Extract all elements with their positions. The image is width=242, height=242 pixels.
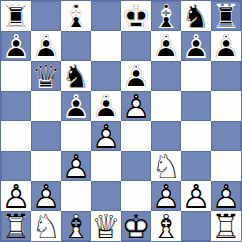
piece-white-pawn[interactable]: ♟♙ <box>181 181 211 211</box>
piece-white-queen[interactable]: ♛♕ <box>91 211 121 241</box>
square-e2[interactable] <box>121 181 151 211</box>
black-pawn-icon: ♟ <box>151 31 181 61</box>
square-g2[interactable]: ♟♙ <box>181 181 211 211</box>
square-d5[interactable]: ♟♙ <box>91 91 121 121</box>
square-a4[interactable] <box>1 121 31 151</box>
white-pawn-detail-icon: ♙ <box>121 91 151 121</box>
square-h4[interactable] <box>211 121 241 151</box>
white-pawn-detail-icon: ♙ <box>1 181 31 211</box>
square-g5[interactable] <box>181 91 211 121</box>
square-a2[interactable]: ♟♙ <box>1 181 31 211</box>
piece-black-rook[interactable]: ♜♖ <box>1 1 31 31</box>
square-c6[interactable]: ♞♘ <box>61 61 91 91</box>
white-pawn-icon: ♟ <box>121 91 151 121</box>
square-c1[interactable]: ♝♗ <box>61 211 91 241</box>
square-f6[interactable] <box>151 61 181 91</box>
white-pawn-icon: ♟ <box>91 121 121 151</box>
white-queen-icon: ♛ <box>91 211 121 241</box>
square-b5[interactable] <box>31 91 61 121</box>
white-pawn-detail-icon: ♙ <box>31 181 61 211</box>
piece-white-bishop[interactable]: ♝♗ <box>151 211 181 241</box>
black-king-icon: ♚ <box>121 1 151 31</box>
black-pawn-icon: ♟ <box>61 91 91 121</box>
piece-white-pawn[interactable]: ♟♙ <box>91 121 121 151</box>
black-pawn-icon: ♟ <box>1 31 31 61</box>
piece-black-pawn[interactable]: ♟♙ <box>91 91 121 121</box>
black-bishop-icon: ♝ <box>61 1 91 31</box>
piece-black-rook[interactable]: ♜♖ <box>211 1 241 31</box>
white-pawn-detail-icon: ♙ <box>61 151 91 181</box>
square-f8[interactable]: ♝♗ <box>151 1 181 31</box>
square-f1[interactable]: ♝♗ <box>151 211 181 241</box>
white-king-icon: ♚ <box>121 211 151 241</box>
piece-black-knight[interactable]: ♞♘ <box>61 61 91 91</box>
square-g6[interactable] <box>181 61 211 91</box>
square-h5[interactable] <box>211 91 241 121</box>
square-f4[interactable] <box>151 121 181 151</box>
white-knight-detail-icon: ♘ <box>31 211 61 241</box>
square-h3[interactable] <box>211 151 241 181</box>
square-h7[interactable]: ♟♙ <box>211 31 241 61</box>
white-rook-detail-icon: ♖ <box>1 211 31 241</box>
black-queen-icon: ♛ <box>31 61 61 91</box>
piece-black-pawn[interactable]: ♟♙ <box>151 31 181 61</box>
black-pawn-icon: ♟ <box>121 61 151 91</box>
piece-white-pawn[interactable]: ♟♙ <box>61 151 91 181</box>
piece-white-pawn[interactable]: ♟♙ <box>31 181 61 211</box>
white-bishop-detail-icon: ♗ <box>61 211 91 241</box>
white-pawn-icon: ♟ <box>61 151 91 181</box>
black-knight-detail-icon: ♘ <box>181 1 211 31</box>
square-a7[interactable]: ♟♙ <box>1 31 31 61</box>
square-d6[interactable] <box>91 61 121 91</box>
square-e1[interactable]: ♚♔ <box>121 211 151 241</box>
square-g7[interactable]: ♟♙ <box>181 31 211 61</box>
square-f5[interactable] <box>151 91 181 121</box>
square-e5[interactable]: ♟♙ <box>121 91 151 121</box>
black-pawn-detail-icon: ♙ <box>31 31 61 61</box>
white-rook-icon: ♜ <box>1 211 31 241</box>
black-pawn-icon: ♟ <box>31 31 61 61</box>
square-f7[interactable]: ♟♙ <box>151 31 181 61</box>
black-pawn-detail-icon: ♙ <box>151 31 181 61</box>
white-rook-icon: ♜ <box>211 211 241 241</box>
square-a1[interactable]: ♜♖ <box>1 211 31 241</box>
square-f3[interactable]: ♞♘ <box>151 151 181 181</box>
black-knight-icon: ♞ <box>181 1 211 31</box>
piece-black-pawn[interactable]: ♟♙ <box>181 31 211 61</box>
square-e4[interactable] <box>121 121 151 151</box>
piece-white-king[interactable]: ♚♔ <box>121 211 151 241</box>
black-king-detail-icon: ♔ <box>121 1 151 31</box>
chess-board: ♜♖♝♗♚♔♝♗♞♘♜♖♟♙♟♙♟♙♟♙♟♙♛♕♞♘♟♙♟♙♟♙♟♙♟♙♟♙♞♘… <box>0 0 242 242</box>
white-pawn-icon: ♟ <box>1 181 31 211</box>
piece-black-pawn[interactable]: ♟♙ <box>121 61 151 91</box>
black-rook-icon: ♜ <box>211 1 241 31</box>
square-b1[interactable]: ♞♘ <box>31 211 61 241</box>
black-rook-detail-icon: ♖ <box>1 1 31 31</box>
black-queen-detail-icon: ♕ <box>31 61 61 91</box>
black-knight-detail-icon: ♘ <box>61 61 91 91</box>
white-king-detail-icon: ♔ <box>121 211 151 241</box>
white-pawn-detail-icon: ♙ <box>91 121 121 151</box>
square-b8[interactable] <box>31 1 61 31</box>
square-h8[interactable]: ♜♖ <box>211 1 241 31</box>
black-pawn-icon: ♟ <box>91 91 121 121</box>
square-d2[interactable] <box>91 181 121 211</box>
black-knight-icon: ♞ <box>61 61 91 91</box>
square-f2[interactable]: ♟♙ <box>151 181 181 211</box>
white-pawn-icon: ♟ <box>181 181 211 211</box>
black-bishop-icon: ♝ <box>151 1 181 31</box>
white-pawn-detail-icon: ♙ <box>151 181 181 211</box>
white-rook-detail-icon: ♖ <box>211 211 241 241</box>
square-c2[interactable] <box>61 181 91 211</box>
square-a6[interactable] <box>1 61 31 91</box>
square-e8[interactable]: ♚♔ <box>121 1 151 31</box>
piece-white-knight[interactable]: ♞♘ <box>31 211 61 241</box>
square-c8[interactable]: ♝♗ <box>61 1 91 31</box>
white-pawn-icon: ♟ <box>151 181 181 211</box>
square-a8[interactable]: ♜♖ <box>1 1 31 31</box>
piece-white-pawn[interactable]: ♟♙ <box>151 181 181 211</box>
white-pawn-detail-icon: ♙ <box>211 181 241 211</box>
square-e6[interactable]: ♟♙ <box>121 61 151 91</box>
white-pawn-detail-icon: ♙ <box>181 181 211 211</box>
piece-white-pawn[interactable]: ♟♙ <box>1 181 31 211</box>
square-g1[interactable] <box>181 211 211 241</box>
square-b7[interactable]: ♟♙ <box>31 31 61 61</box>
piece-white-pawn[interactable]: ♟♙ <box>121 91 151 121</box>
square-c5[interactable]: ♟♙ <box>61 91 91 121</box>
black-pawn-detail-icon: ♙ <box>181 31 211 61</box>
white-pawn-icon: ♟ <box>31 181 61 211</box>
piece-black-pawn[interactable]: ♟♙ <box>31 31 61 61</box>
piece-white-rook[interactable]: ♜♖ <box>211 211 241 241</box>
square-h1[interactable]: ♜♖ <box>211 211 241 241</box>
piece-black-pawn[interactable]: ♟♙ <box>1 31 31 61</box>
piece-black-pawn[interactable]: ♟♙ <box>61 91 91 121</box>
square-h2[interactable]: ♟♙ <box>211 181 241 211</box>
square-d7[interactable] <box>91 31 121 61</box>
white-bishop-detail-icon: ♗ <box>151 211 181 241</box>
square-c3[interactable]: ♟♙ <box>61 151 91 181</box>
black-pawn-detail-icon: ♙ <box>61 91 91 121</box>
square-a5[interactable] <box>1 91 31 121</box>
square-b4[interactable] <box>31 121 61 151</box>
piece-black-bishop[interactable]: ♝♗ <box>61 1 91 31</box>
square-b3[interactable] <box>31 151 61 181</box>
board-wrap: ♜♖♝♗♚♔♝♗♞♘♜♖♟♙♟♙♟♙♟♙♟♙♛♕♞♘♟♙♟♙♟♙♟♙♟♙♟♙♞♘… <box>0 0 242 242</box>
black-pawn-icon: ♟ <box>211 31 241 61</box>
square-d8[interactable] <box>91 1 121 31</box>
piece-black-knight[interactable]: ♞♘ <box>181 1 211 31</box>
piece-white-pawn[interactable]: ♟♙ <box>211 181 241 211</box>
piece-white-bishop[interactable]: ♝♗ <box>61 211 91 241</box>
square-g8[interactable]: ♞♘ <box>181 1 211 31</box>
white-pawn-icon: ♟ <box>211 181 241 211</box>
square-d4[interactable]: ♟♙ <box>91 121 121 151</box>
black-pawn-detail-icon: ♙ <box>211 31 241 61</box>
black-bishop-detail-icon: ♗ <box>61 1 91 31</box>
piece-white-rook[interactable]: ♜♖ <box>1 211 31 241</box>
square-e7[interactable] <box>121 31 151 61</box>
piece-black-king[interactable]: ♚♔ <box>121 1 151 31</box>
square-g4[interactable] <box>181 121 211 151</box>
square-e3[interactable] <box>121 151 151 181</box>
white-knight-icon: ♞ <box>151 151 181 181</box>
square-d1[interactable]: ♛♕ <box>91 211 121 241</box>
white-bishop-icon: ♝ <box>61 211 91 241</box>
square-c4[interactable] <box>61 121 91 151</box>
black-pawn-detail-icon: ♙ <box>121 61 151 91</box>
black-rook-detail-icon: ♖ <box>211 1 241 31</box>
black-bishop-detail-icon: ♗ <box>151 1 181 31</box>
black-rook-icon: ♜ <box>1 1 31 31</box>
piece-white-knight[interactable]: ♞♘ <box>151 151 181 181</box>
square-a3[interactable] <box>1 151 31 181</box>
white-bishop-icon: ♝ <box>151 211 181 241</box>
piece-black-pawn[interactable]: ♟♙ <box>211 31 241 61</box>
square-g3[interactable] <box>181 151 211 181</box>
piece-black-queen[interactable]: ♛♕ <box>31 61 61 91</box>
square-d3[interactable] <box>91 151 121 181</box>
square-h6[interactable] <box>211 61 241 91</box>
square-b6[interactable]: ♛♕ <box>31 61 61 91</box>
white-queen-detail-icon: ♕ <box>91 211 121 241</box>
black-pawn-detail-icon: ♙ <box>91 91 121 121</box>
black-pawn-icon: ♟ <box>181 31 211 61</box>
square-c7[interactable] <box>61 31 91 61</box>
square-b2[interactable]: ♟♙ <box>31 181 61 211</box>
white-knight-detail-icon: ♘ <box>151 151 181 181</box>
black-pawn-detail-icon: ♙ <box>1 31 31 61</box>
white-knight-icon: ♞ <box>31 211 61 241</box>
piece-black-bishop[interactable]: ♝♗ <box>151 1 181 31</box>
